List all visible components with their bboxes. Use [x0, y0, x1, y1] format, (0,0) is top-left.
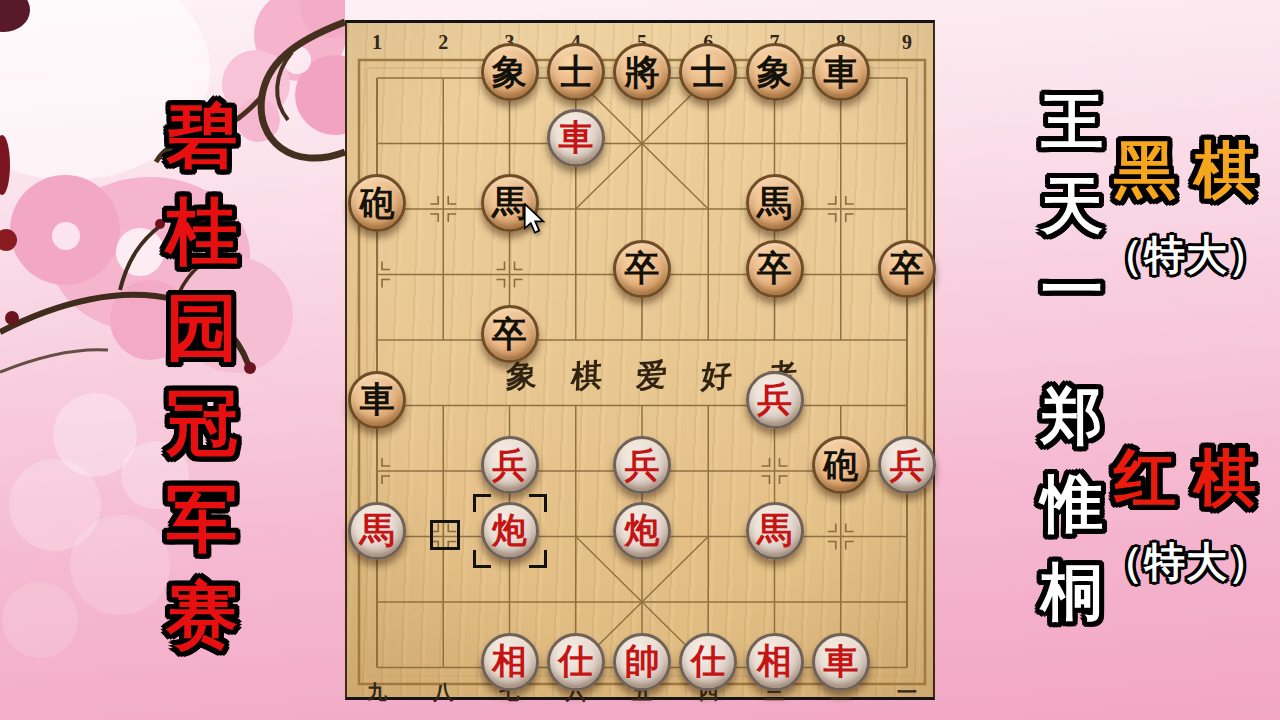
file-number-bottom: 一 [892, 679, 922, 706]
title-char: 一 [1041, 248, 1103, 332]
black-piece-卒[interactable]: 卒 [613, 240, 671, 298]
red-piece-兵[interactable]: 兵 [613, 436, 671, 494]
title-char: 惟 [1041, 460, 1103, 548]
red-side-badge: 红棋 [1114, 436, 1274, 520]
red-piece-相[interactable]: 相 [481, 633, 539, 691]
watermark-char: 爱 [635, 354, 667, 398]
black-piece-象[interactable]: 象 [481, 43, 539, 101]
black-piece-砲[interactable]: 砲 [348, 174, 406, 232]
red-piece-兵[interactable]: 兵 [746, 371, 804, 429]
black-rank-badge: （特大） [1102, 228, 1270, 283]
black-piece-卒[interactable]: 卒 [878, 240, 936, 298]
mouse-cursor [521, 203, 547, 235]
file-number-bottom: 九 [362, 679, 392, 706]
title-char: 桂 [166, 188, 238, 274]
black-piece-車[interactable]: 車 [812, 43, 870, 101]
red-player-name: 郑惟桐 [1032, 372, 1112, 636]
black-player-name: 王天一 [1032, 80, 1112, 332]
title-char: 冠 [166, 380, 238, 466]
black-piece-車[interactable]: 車 [348, 371, 406, 429]
last-move-origin-marker [430, 520, 460, 550]
red-piece-兵[interactable]: 兵 [878, 436, 936, 494]
black-side-badge: 黑棋 [1114, 128, 1274, 212]
watermark-char: 好 [700, 354, 732, 398]
black-piece-士[interactable]: 士 [547, 43, 605, 101]
event-title: 碧桂园冠军赛 [158, 92, 246, 658]
red-piece-馬[interactable]: 馬 [746, 502, 804, 560]
red-piece-炮[interactable]: 炮 [613, 502, 671, 560]
black-piece-象[interactable]: 象 [746, 43, 804, 101]
red-piece-兵[interactable]: 兵 [481, 436, 539, 494]
black-piece-卒[interactable]: 卒 [481, 305, 539, 363]
file-number-top: 1 [362, 31, 392, 54]
red-piece-仕[interactable]: 仕 [547, 633, 605, 691]
file-number-bottom: 八 [428, 679, 458, 706]
title-char: 碧 [166, 92, 238, 178]
title-char: 园 [166, 284, 238, 370]
black-piece-卒[interactable]: 卒 [746, 240, 804, 298]
title-char: 王 [1041, 80, 1103, 164]
file-number-top: 2 [428, 31, 458, 54]
red-piece-車[interactable]: 車 [547, 109, 605, 167]
red-piece-車[interactable]: 車 [812, 633, 870, 691]
black-piece-將[interactable]: 將 [613, 43, 671, 101]
red-piece-炮[interactable]: 炮 [481, 502, 539, 560]
title-char: 军 [166, 476, 238, 562]
title-char: 郑 [1041, 372, 1103, 460]
red-piece-相[interactable]: 相 [746, 633, 804, 691]
watermark-char: 棋 [570, 354, 602, 398]
black-piece-士[interactable]: 士 [679, 43, 737, 101]
title-char: 赛 [166, 572, 238, 658]
xiangqi-board[interactable]: 123456789 九八七六五四三二一 象棋爱好者 象士將士象車車砲馬馬卒卒卒卒… [345, 20, 935, 700]
title-char: 桐 [1041, 548, 1103, 636]
black-piece-馬[interactable]: 馬 [746, 174, 804, 232]
red-piece-仕[interactable]: 仕 [679, 633, 737, 691]
file-number-top: 9 [892, 31, 922, 54]
red-piece-馬[interactable]: 馬 [348, 502, 406, 560]
title-char: 天 [1041, 164, 1103, 248]
black-piece-砲[interactable]: 砲 [812, 436, 870, 494]
red-rank-badge: （特大） [1102, 535, 1270, 590]
red-piece-帥[interactable]: 帥 [613, 633, 671, 691]
